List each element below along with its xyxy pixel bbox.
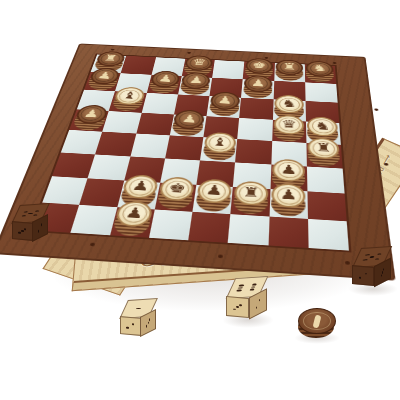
square-g1[interactable] [268, 216, 308, 248]
die-front-face [352, 265, 374, 286]
piece-white-pawn[interactable]: ♟ [111, 202, 156, 233]
piece-black-pawn[interactable]: ♟ [170, 111, 207, 134]
die-front-face [120, 316, 141, 336]
piece-black-pawn[interactable]: ♟ [147, 72, 182, 92]
piece-white-rook[interactable]: ♜ [231, 183, 270, 212]
piece-black-pawn[interactable]: ♟ [178, 73, 212, 93]
square-e8[interactable] [212, 60, 244, 79]
die-dark-right[interactable] [350, 246, 392, 288]
square-d1[interactable] [149, 209, 193, 240]
piece-black-rook[interactable]: ♜ [274, 60, 305, 79]
square-b8[interactable] [121, 56, 156, 75]
square-c5[interactable] [136, 112, 174, 135]
die-front-face [226, 296, 249, 318]
die-light-bottom-center[interactable] [224, 276, 268, 320]
piece-white-king[interactable]: ♚ [155, 179, 197, 207]
piece-black-pawn[interactable]: ♟ [242, 76, 274, 96]
piece-black-pawn[interactable]: ♟ [70, 106, 110, 128]
square-d4[interactable] [165, 135, 203, 160]
chess-board: ♜♛♚♜♞♟♟♟♟♟♟♟♝♞♛♞♝♜♟♟♚♟♜♟♟ [32, 54, 349, 250]
square-f1[interactable] [228, 214, 269, 246]
square-c6[interactable] [141, 93, 178, 114]
square-f5[interactable] [237, 118, 272, 141]
square-h2[interactable] [307, 191, 347, 221]
piece-white-pawn[interactable]: ♟ [269, 185, 307, 214]
checker-token[interactable] [296, 306, 336, 340]
piece-white-rook[interactable]: ♜ [306, 139, 342, 164]
piece-black-pawn[interactable]: ♟ [207, 93, 242, 114]
piece-black-pawn[interactable]: ♟ [85, 69, 122, 89]
token-cutout [313, 314, 322, 328]
square-f6[interactable] [239, 98, 273, 120]
square-c4[interactable] [130, 134, 169, 159]
square-h3[interactable] [307, 166, 345, 193]
square-h7[interactable] [305, 82, 338, 103]
product-photo-scene: push forward ⟶ push forward ⟶ Game Set ♜… [0, 0, 400, 400]
square-e1[interactable] [188, 211, 230, 242]
piece-white-bishop[interactable]: ♝ [110, 88, 147, 109]
square-b5[interactable] [102, 111, 141, 134]
chess-board-box: ♜♛♚♜♞♟♟♟♟♟♟♟♝♞♛♞♝♜♟♟♚♟♜♟♟ [0, 43, 396, 280]
piece-black-knight[interactable]: ♞ [305, 62, 336, 81]
die-dark-upper-left[interactable] [10, 203, 50, 243]
die-front-face [12, 221, 33, 241]
piece-white-pawn[interactable]: ♟ [193, 181, 233, 210]
wooden-pegs [111, 49, 115, 51]
piece-white-bishop[interactable]: ♝ [201, 134, 238, 159]
piece-white-pawn[interactable]: ♟ [118, 176, 161, 204]
piece-white-queen[interactable]: ♛ [272, 116, 306, 139]
square-h1[interactable] [308, 219, 349, 251]
die-light-lower-left[interactable] [118, 298, 158, 338]
token-top [298, 308, 336, 334]
square-f4[interactable] [235, 139, 271, 164]
